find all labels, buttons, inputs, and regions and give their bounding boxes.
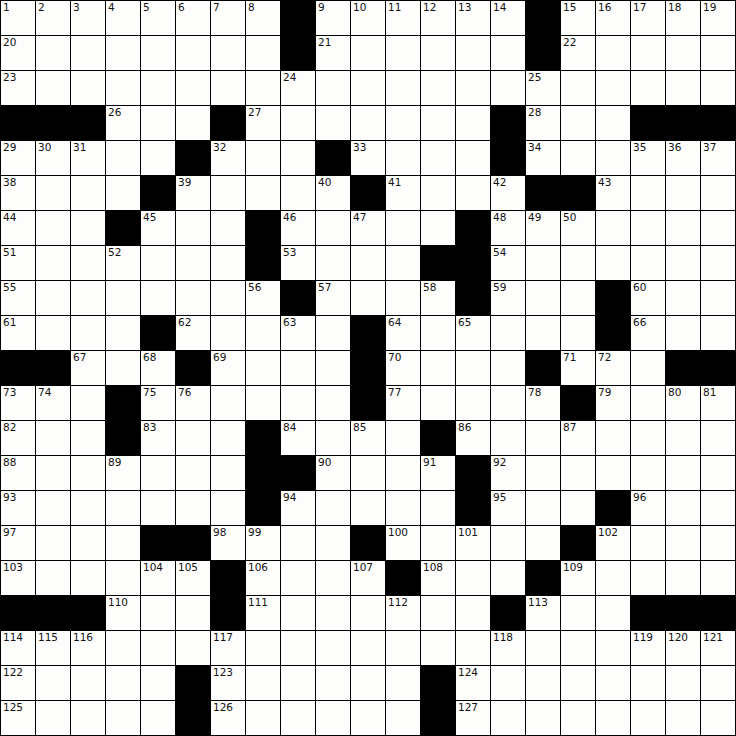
white-cell[interactable]: 47	[351, 211, 385, 245]
white-cell[interactable]	[141, 701, 175, 735]
white-cell[interactable]	[211, 71, 245, 105]
white-cell[interactable]	[421, 106, 455, 140]
white-cell[interactable]: 64	[386, 316, 420, 350]
white-cell[interactable]	[631, 36, 665, 70]
white-cell[interactable]	[351, 281, 385, 315]
white-cell[interactable]: 14	[491, 1, 525, 35]
white-cell[interactable]	[491, 351, 525, 385]
white-cell[interactable]	[666, 246, 700, 280]
white-cell[interactable]	[456, 71, 490, 105]
white-cell[interactable]	[71, 386, 105, 420]
white-cell[interactable]: 8	[246, 1, 280, 35]
white-cell[interactable]	[701, 491, 735, 525]
white-cell[interactable]	[36, 561, 70, 595]
white-cell[interactable]: 88	[1, 456, 35, 490]
white-cell[interactable]	[211, 491, 245, 525]
white-cell[interactable]	[281, 351, 315, 385]
white-cell[interactable]: 23	[1, 71, 35, 105]
white-cell[interactable]	[701, 561, 735, 595]
white-cell[interactable]: 50	[561, 211, 595, 245]
white-cell[interactable]: 38	[1, 176, 35, 210]
white-cell[interactable]: 34	[526, 141, 560, 175]
white-cell[interactable]: 51	[1, 246, 35, 280]
white-cell[interactable]	[421, 351, 455, 385]
white-cell[interactable]	[631, 351, 665, 385]
white-cell[interactable]	[526, 491, 560, 525]
white-cell[interactable]	[246, 176, 280, 210]
white-cell[interactable]	[316, 526, 350, 560]
white-cell[interactable]	[456, 596, 490, 630]
white-cell[interactable]	[561, 246, 595, 280]
white-cell[interactable]: 31	[71, 141, 105, 175]
white-cell[interactable]	[281, 631, 315, 665]
white-cell[interactable]: 40	[316, 176, 350, 210]
white-cell[interactable]	[491, 701, 525, 735]
white-cell[interactable]	[316, 421, 350, 455]
white-cell[interactable]	[421, 176, 455, 210]
white-cell[interactable]: 44	[1, 211, 35, 245]
white-cell[interactable]	[596, 71, 630, 105]
white-cell[interactable]	[386, 631, 420, 665]
white-cell[interactable]	[561, 666, 595, 700]
white-cell[interactable]	[36, 246, 70, 280]
white-cell[interactable]: 9	[316, 1, 350, 35]
white-cell[interactable]	[176, 36, 210, 70]
white-cell[interactable]	[596, 701, 630, 735]
white-cell[interactable]: 119	[631, 631, 665, 665]
white-cell[interactable]	[106, 36, 140, 70]
white-cell[interactable]	[526, 316, 560, 350]
white-cell[interactable]	[176, 281, 210, 315]
white-cell[interactable]	[281, 526, 315, 560]
white-cell[interactable]	[141, 141, 175, 175]
white-cell[interactable]	[106, 526, 140, 560]
white-cell[interactable]: 22	[561, 36, 595, 70]
white-cell[interactable]: 73	[1, 386, 35, 420]
white-cell[interactable]: 101	[456, 526, 490, 560]
white-cell[interactable]: 57	[316, 281, 350, 315]
white-cell[interactable]	[141, 596, 175, 630]
white-cell[interactable]: 16	[596, 1, 630, 35]
white-cell[interactable]	[36, 526, 70, 560]
white-cell[interactable]: 37	[701, 141, 735, 175]
white-cell[interactable]: 94	[281, 491, 315, 525]
white-cell[interactable]: 113	[526, 596, 560, 630]
white-cell[interactable]: 115	[36, 631, 70, 665]
white-cell[interactable]: 75	[141, 386, 175, 420]
white-cell[interactable]: 78	[526, 386, 560, 420]
white-cell[interactable]: 107	[351, 561, 385, 595]
white-cell[interactable]: 95	[491, 491, 525, 525]
white-cell[interactable]	[456, 351, 490, 385]
white-cell[interactable]	[421, 211, 455, 245]
white-cell[interactable]: 67	[71, 351, 105, 385]
white-cell[interactable]	[386, 36, 420, 70]
white-cell[interactable]	[281, 141, 315, 175]
white-cell[interactable]	[211, 211, 245, 245]
white-cell[interactable]	[351, 71, 385, 105]
white-cell[interactable]	[36, 316, 70, 350]
white-cell[interactable]: 30	[36, 141, 70, 175]
white-cell[interactable]	[421, 141, 455, 175]
white-cell[interactable]	[596, 246, 630, 280]
white-cell[interactable]: 4	[106, 1, 140, 35]
white-cell[interactable]	[526, 456, 560, 490]
white-cell[interactable]	[316, 351, 350, 385]
white-cell[interactable]	[176, 421, 210, 455]
white-cell[interactable]	[561, 456, 595, 490]
white-cell[interactable]	[281, 596, 315, 630]
white-cell[interactable]	[666, 211, 700, 245]
white-cell[interactable]	[666, 666, 700, 700]
white-cell[interactable]: 111	[246, 596, 280, 630]
white-cell[interactable]	[701, 246, 735, 280]
white-cell[interactable]	[421, 71, 455, 105]
white-cell[interactable]	[421, 36, 455, 70]
white-cell[interactable]	[106, 666, 140, 700]
white-cell[interactable]	[701, 701, 735, 735]
white-cell[interactable]	[106, 141, 140, 175]
white-cell[interactable]	[211, 386, 245, 420]
white-cell[interactable]	[491, 316, 525, 350]
white-cell[interactable]: 124	[456, 666, 490, 700]
white-cell[interactable]	[631, 701, 665, 735]
white-cell[interactable]	[316, 666, 350, 700]
white-cell[interactable]	[211, 176, 245, 210]
white-cell[interactable]: 25	[526, 71, 560, 105]
white-cell[interactable]: 27	[246, 106, 280, 140]
white-cell[interactable]	[211, 36, 245, 70]
white-cell[interactable]: 42	[491, 176, 525, 210]
white-cell[interactable]: 10	[351, 1, 385, 35]
white-cell[interactable]	[316, 491, 350, 525]
white-cell[interactable]: 11	[386, 1, 420, 35]
white-cell[interactable]	[596, 631, 630, 665]
white-cell[interactable]: 96	[631, 491, 665, 525]
white-cell[interactable]	[421, 526, 455, 560]
white-cell[interactable]	[491, 666, 525, 700]
white-cell[interactable]	[526, 666, 560, 700]
white-cell[interactable]	[386, 456, 420, 490]
white-cell[interactable]	[631, 666, 665, 700]
white-cell[interactable]	[491, 421, 525, 455]
white-cell[interactable]	[141, 281, 175, 315]
white-cell[interactable]: 43	[596, 176, 630, 210]
white-cell[interactable]	[246, 71, 280, 105]
white-cell[interactable]	[456, 36, 490, 70]
white-cell[interactable]: 24	[281, 71, 315, 105]
white-cell[interactable]	[71, 701, 105, 735]
white-cell[interactable]	[176, 596, 210, 630]
white-cell[interactable]: 65	[456, 316, 490, 350]
white-cell[interactable]	[631, 386, 665, 420]
white-cell[interactable]	[281, 106, 315, 140]
white-cell[interactable]: 39	[176, 176, 210, 210]
white-cell[interactable]	[526, 246, 560, 280]
white-cell[interactable]	[71, 666, 105, 700]
white-cell[interactable]: 5	[141, 1, 175, 35]
white-cell[interactable]	[141, 71, 175, 105]
white-cell[interactable]	[666, 71, 700, 105]
white-cell[interactable]	[666, 36, 700, 70]
white-cell[interactable]: 68	[141, 351, 175, 385]
white-cell[interactable]: 91	[421, 456, 455, 490]
white-cell[interactable]	[596, 106, 630, 140]
white-cell[interactable]	[106, 71, 140, 105]
white-cell[interactable]	[36, 211, 70, 245]
white-cell[interactable]: 61	[1, 316, 35, 350]
white-cell[interactable]	[666, 491, 700, 525]
white-cell[interactable]	[561, 71, 595, 105]
white-cell[interactable]: 105	[176, 561, 210, 595]
white-cell[interactable]: 71	[561, 351, 595, 385]
white-cell[interactable]	[701, 666, 735, 700]
white-cell[interactable]	[106, 176, 140, 210]
white-cell[interactable]	[351, 666, 385, 700]
white-cell[interactable]: 56	[246, 281, 280, 315]
white-cell[interactable]	[246, 351, 280, 385]
white-cell[interactable]: 121	[701, 631, 735, 665]
white-cell[interactable]	[246, 141, 280, 175]
white-cell[interactable]: 12	[421, 1, 455, 35]
white-cell[interactable]	[71, 421, 105, 455]
white-cell[interactable]	[36, 491, 70, 525]
white-cell[interactable]: 125	[1, 701, 35, 735]
white-cell[interactable]: 118	[491, 631, 525, 665]
white-cell[interactable]	[561, 701, 595, 735]
white-cell[interactable]: 106	[246, 561, 280, 595]
white-cell[interactable]: 70	[386, 351, 420, 385]
white-cell[interactable]	[71, 316, 105, 350]
white-cell[interactable]	[491, 526, 525, 560]
white-cell[interactable]	[351, 106, 385, 140]
white-cell[interactable]	[701, 211, 735, 245]
white-cell[interactable]: 109	[561, 561, 595, 595]
white-cell[interactable]: 123	[211, 666, 245, 700]
white-cell[interactable]	[106, 351, 140, 385]
white-cell[interactable]: 83	[141, 421, 175, 455]
white-cell[interactable]: 84	[281, 421, 315, 455]
white-cell[interactable]: 117	[211, 631, 245, 665]
white-cell[interactable]: 100	[386, 526, 420, 560]
white-cell[interactable]	[561, 106, 595, 140]
white-cell[interactable]	[351, 246, 385, 280]
white-cell[interactable]	[386, 666, 420, 700]
white-cell[interactable]: 60	[631, 281, 665, 315]
white-cell[interactable]: 55	[1, 281, 35, 315]
white-cell[interactable]	[701, 456, 735, 490]
white-cell[interactable]: 54	[491, 246, 525, 280]
white-cell[interactable]	[491, 71, 525, 105]
white-cell[interactable]	[421, 631, 455, 665]
white-cell[interactable]	[281, 561, 315, 595]
white-cell[interactable]	[211, 246, 245, 280]
white-cell[interactable]: 112	[386, 596, 420, 630]
white-cell[interactable]	[456, 176, 490, 210]
white-cell[interactable]	[246, 666, 280, 700]
white-cell[interactable]	[351, 701, 385, 735]
white-cell[interactable]	[246, 386, 280, 420]
white-cell[interactable]	[561, 631, 595, 665]
white-cell[interactable]: 114	[1, 631, 35, 665]
white-cell[interactable]	[421, 386, 455, 420]
white-cell[interactable]	[211, 316, 245, 350]
white-cell[interactable]	[666, 526, 700, 560]
white-cell[interactable]: 3	[71, 1, 105, 35]
white-cell[interactable]: 28	[526, 106, 560, 140]
white-cell[interactable]: 62	[176, 316, 210, 350]
white-cell[interactable]	[701, 71, 735, 105]
white-cell[interactable]	[281, 701, 315, 735]
white-cell[interactable]	[316, 386, 350, 420]
white-cell[interactable]	[456, 141, 490, 175]
white-cell[interactable]	[351, 631, 385, 665]
white-cell[interactable]: 108	[421, 561, 455, 595]
white-cell[interactable]	[631, 246, 665, 280]
white-cell[interactable]	[491, 386, 525, 420]
white-cell[interactable]	[631, 456, 665, 490]
white-cell[interactable]: 126	[211, 701, 245, 735]
white-cell[interactable]	[141, 106, 175, 140]
white-cell[interactable]	[666, 281, 700, 315]
white-cell[interactable]	[526, 631, 560, 665]
white-cell[interactable]	[386, 281, 420, 315]
white-cell[interactable]	[71, 561, 105, 595]
white-cell[interactable]	[316, 71, 350, 105]
white-cell[interactable]	[561, 596, 595, 630]
white-cell[interactable]: 110	[106, 596, 140, 630]
white-cell[interactable]	[246, 631, 280, 665]
white-cell[interactable]	[316, 596, 350, 630]
white-cell[interactable]	[386, 211, 420, 245]
white-cell[interactable]: 29	[1, 141, 35, 175]
white-cell[interactable]	[386, 246, 420, 280]
white-cell[interactable]	[141, 631, 175, 665]
white-cell[interactable]: 32	[211, 141, 245, 175]
white-cell[interactable]: 97	[1, 526, 35, 560]
white-cell[interactable]	[456, 106, 490, 140]
white-cell[interactable]	[421, 316, 455, 350]
white-cell[interactable]	[386, 141, 420, 175]
white-cell[interactable]	[526, 701, 560, 735]
white-cell[interactable]	[456, 631, 490, 665]
white-cell[interactable]: 66	[631, 316, 665, 350]
white-cell[interactable]: 120	[666, 631, 700, 665]
white-cell[interactable]: 7	[211, 1, 245, 35]
white-cell[interactable]	[386, 421, 420, 455]
white-cell[interactable]	[351, 456, 385, 490]
white-cell[interactable]: 104	[141, 561, 175, 595]
white-cell[interactable]	[701, 281, 735, 315]
white-cell[interactable]	[141, 246, 175, 280]
white-cell[interactable]	[106, 631, 140, 665]
white-cell[interactable]	[71, 281, 105, 315]
white-cell[interactable]	[71, 526, 105, 560]
white-cell[interactable]	[666, 701, 700, 735]
white-cell[interactable]: 90	[316, 456, 350, 490]
white-cell[interactable]	[596, 421, 630, 455]
white-cell[interactable]	[421, 491, 455, 525]
white-cell[interactable]: 63	[281, 316, 315, 350]
white-cell[interactable]: 85	[351, 421, 385, 455]
white-cell[interactable]	[71, 246, 105, 280]
white-cell[interactable]	[701, 526, 735, 560]
white-cell[interactable]: 79	[596, 386, 630, 420]
white-cell[interactable]: 82	[1, 421, 35, 455]
white-cell[interactable]	[386, 701, 420, 735]
white-cell[interactable]: 103	[1, 561, 35, 595]
white-cell[interactable]: 35	[631, 141, 665, 175]
white-cell[interactable]: 49	[526, 211, 560, 245]
white-cell[interactable]	[316, 106, 350, 140]
white-cell[interactable]: 33	[351, 141, 385, 175]
white-cell[interactable]	[316, 701, 350, 735]
white-cell[interactable]	[351, 491, 385, 525]
white-cell[interactable]	[211, 456, 245, 490]
white-cell[interactable]	[246, 701, 280, 735]
white-cell[interactable]: 102	[596, 526, 630, 560]
white-cell[interactable]: 93	[1, 491, 35, 525]
white-cell[interactable]	[141, 36, 175, 70]
white-cell[interactable]	[246, 36, 280, 70]
white-cell[interactable]	[491, 36, 525, 70]
white-cell[interactable]: 26	[106, 106, 140, 140]
white-cell[interactable]	[596, 666, 630, 700]
white-cell[interactable]	[456, 561, 490, 595]
white-cell[interactable]: 53	[281, 246, 315, 280]
white-cell[interactable]	[596, 141, 630, 175]
white-cell[interactable]: 18	[666, 1, 700, 35]
white-cell[interactable]: 2	[36, 1, 70, 35]
white-cell[interactable]	[36, 421, 70, 455]
white-cell[interactable]	[456, 386, 490, 420]
white-cell[interactable]	[316, 211, 350, 245]
white-cell[interactable]	[71, 176, 105, 210]
white-cell[interactable]	[596, 36, 630, 70]
white-cell[interactable]	[36, 176, 70, 210]
white-cell[interactable]	[36, 71, 70, 105]
white-cell[interactable]	[526, 421, 560, 455]
white-cell[interactable]	[386, 71, 420, 105]
white-cell[interactable]	[666, 176, 700, 210]
white-cell[interactable]	[596, 561, 630, 595]
white-cell[interactable]	[526, 281, 560, 315]
white-cell[interactable]	[36, 281, 70, 315]
white-cell[interactable]: 89	[106, 456, 140, 490]
white-cell[interactable]	[421, 596, 455, 630]
white-cell[interactable]	[631, 526, 665, 560]
white-cell[interactable]	[176, 106, 210, 140]
white-cell[interactable]	[666, 316, 700, 350]
white-cell[interactable]	[141, 491, 175, 525]
white-cell[interactable]: 99	[246, 526, 280, 560]
white-cell[interactable]: 81	[701, 386, 735, 420]
white-cell[interactable]	[176, 211, 210, 245]
white-cell[interactable]	[36, 456, 70, 490]
white-cell[interactable]	[701, 316, 735, 350]
white-cell[interactable]	[176, 631, 210, 665]
white-cell[interactable]	[71, 36, 105, 70]
white-cell[interactable]	[666, 561, 700, 595]
white-cell[interactable]: 116	[71, 631, 105, 665]
white-cell[interactable]: 19	[701, 1, 735, 35]
white-cell[interactable]	[631, 211, 665, 245]
white-cell[interactable]: 15	[561, 1, 595, 35]
white-cell[interactable]: 80	[666, 386, 700, 420]
white-cell[interactable]: 48	[491, 211, 525, 245]
white-cell[interactable]: 52	[106, 246, 140, 280]
white-cell[interactable]: 21	[316, 36, 350, 70]
